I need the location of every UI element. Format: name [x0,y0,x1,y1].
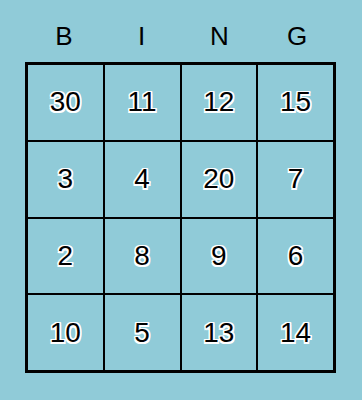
header-letter-g: G [258,23,336,62]
cell-r3c3[interactable]: 9 [181,218,258,295]
cell-r1c1[interactable]: 30 [27,64,104,141]
cell-number: 20 [203,165,234,193]
bingo-grid: 30 11 12 15 3 4 20 7 2 8 9 6 10 5 13 14 [25,62,336,373]
cell-r4c3[interactable]: 13 [181,294,258,371]
cell-r2c4[interactable]: 7 [257,141,334,218]
cell-r3c1[interactable]: 2 [27,218,104,295]
cell-number: 10 [50,319,81,347]
cell-number: 30 [50,88,81,116]
cell-number: 9 [211,242,227,270]
bingo-card: B I N G 30 11 12 15 3 4 20 7 2 8 9 6 10 … [0,0,362,400]
cell-r4c1[interactable]: 10 [27,294,104,371]
cell-r2c2[interactable]: 4 [104,141,181,218]
cell-number: 11 [128,88,157,116]
cell-number: 5 [134,319,150,347]
cell-r3c4[interactable]: 6 [257,218,334,295]
bingo-header: B I N G [25,0,336,62]
cell-r2c1[interactable]: 3 [27,141,104,218]
cell-number: 7 [288,165,304,193]
cell-number: 4 [134,165,150,193]
cell-number: 3 [58,165,74,193]
cell-number: 8 [134,242,150,270]
cell-number: 12 [203,88,234,116]
cell-r1c4[interactable]: 15 [257,64,334,141]
cell-r1c3[interactable]: 12 [181,64,258,141]
cell-r2c3[interactable]: 20 [181,141,258,218]
cell-number: 15 [280,88,311,116]
header-letter-n: N [181,23,259,62]
header-letter-i: I [103,23,181,62]
cell-r1c2[interactable]: 11 [104,64,181,141]
cell-number: 2 [58,242,74,270]
cell-number: 6 [288,242,304,270]
cell-number: 14 [280,319,311,347]
cell-number: 13 [203,319,234,347]
cell-r4c4[interactable]: 14 [257,294,334,371]
header-letter-b: B [25,23,103,62]
cell-r4c2[interactable]: 5 [104,294,181,371]
cell-r3c2[interactable]: 8 [104,218,181,295]
